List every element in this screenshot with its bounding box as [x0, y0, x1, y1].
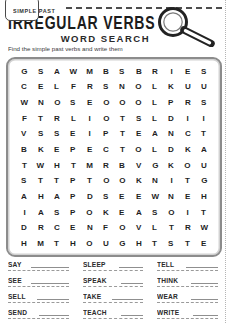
grid-cell: A: [49, 188, 65, 204]
grid-cell: R: [49, 110, 65, 126]
word-label: WEAR: [157, 293, 178, 300]
grid-cell: M: [32, 235, 48, 251]
grid-cell: A: [49, 63, 65, 79]
grid-cell: M: [81, 63, 97, 79]
grid-cell: R: [32, 220, 48, 236]
word-label: TELL: [157, 261, 174, 268]
grid-cell: T: [49, 235, 65, 251]
grid-cell: T: [32, 110, 48, 126]
grid-cell: C: [98, 141, 114, 157]
grid-cell: C: [49, 220, 65, 236]
grid-cell: S: [98, 188, 114, 204]
grid-cell: B: [16, 141, 32, 157]
word-label: THINK: [157, 277, 178, 284]
grid-cell: F: [98, 220, 114, 236]
word-label: SELL: [8, 293, 26, 300]
grid-cell: I: [16, 204, 32, 220]
worksheet-page: SIMPLE PAST IRREGULAR VERBS WORD SEARCH …: [0, 0, 228, 323]
grid-cell: A: [32, 204, 48, 220]
grid-cell: E: [65, 220, 81, 236]
grid-cell: T: [147, 235, 163, 251]
simple-past-tab: SIMPLE PAST: [5, 0, 39, 21]
grid-cell: E: [49, 141, 65, 157]
grid-cell: I: [196, 110, 212, 126]
word-entry: TEACH: [83, 308, 144, 319]
grid-cell: O: [98, 94, 114, 110]
grid-cell: E: [196, 235, 212, 251]
tab-label: SIMPLE PAST: [13, 8, 23, 14]
answer-line: [31, 266, 69, 268]
grid-cell: R: [179, 220, 195, 236]
magnifier-icon: [148, 5, 220, 47]
grid-cell: I: [163, 173, 179, 189]
grid-cell: P: [65, 141, 81, 157]
grid-cell: T: [179, 235, 195, 251]
word-label: SPEAK: [83, 277, 107, 284]
grid-cell: D: [163, 141, 179, 157]
word-column: SAYSEESELLSEND: [8, 260, 69, 323]
word-label: TEACH: [83, 309, 107, 316]
grid-cell: R: [179, 94, 195, 110]
grid-cell: I: [81, 126, 97, 142]
grid-cell: O: [98, 173, 114, 189]
grid-cell: E: [130, 188, 146, 204]
grid-cell: K: [163, 157, 179, 173]
grid-cell: F: [65, 79, 81, 95]
grid-cell: N: [163, 188, 179, 204]
answer-line: [39, 314, 69, 316]
grid-cell: P: [65, 204, 81, 220]
grid-cell: C: [179, 126, 195, 142]
grid-cell: O: [49, 94, 65, 110]
grid-cell: N: [114, 79, 130, 95]
grid-cell: T: [114, 126, 130, 142]
grid-cell: E: [65, 126, 81, 142]
word-entry: SEND: [8, 308, 69, 319]
grid-cell: D: [163, 110, 179, 126]
grid-cell: D: [81, 188, 97, 204]
grid-cell: T: [16, 157, 32, 173]
word-entry: SEE: [8, 276, 69, 287]
word-label: TAKE: [83, 293, 101, 300]
grid-cell: K: [130, 173, 146, 189]
grid-cell: O: [179, 157, 195, 173]
grid-cell: T: [114, 141, 130, 157]
grid-cell: R: [98, 157, 114, 173]
grid-cell: P: [65, 188, 81, 204]
grid-cell: L: [147, 110, 163, 126]
grid-cell: S: [32, 63, 48, 79]
answer-line: [121, 282, 144, 284]
grid-cell: M: [81, 157, 97, 173]
grid-cell: S: [32, 126, 48, 142]
answer-line: [37, 298, 69, 300]
grid-cell: T: [196, 204, 212, 220]
answer-line: [31, 282, 69, 284]
grid-cell: H: [65, 235, 81, 251]
grid-cell: T: [49, 173, 65, 189]
grid-cell: I: [179, 110, 195, 126]
grid-cell: E: [179, 188, 195, 204]
grid-cell: T: [163, 220, 179, 236]
grid-cell: W: [147, 188, 163, 204]
grid-cell: W: [32, 157, 48, 173]
wordsearch-grid: GSAWMBSBRIESCELFRSNOLKUUWNOSEOOOLPRSFTRL…: [16, 63, 212, 251]
grid-cell: H: [32, 188, 48, 204]
grid-cell: U: [196, 157, 212, 173]
grid-cell: O: [81, 235, 97, 251]
grid-cell: B: [98, 63, 114, 79]
grid-cell: D: [16, 220, 32, 236]
grid-cell: C: [16, 79, 32, 95]
answer-line: [191, 282, 218, 284]
grid-cell: B: [130, 63, 146, 79]
grid-cell: S: [49, 204, 65, 220]
grid-cell: L: [147, 141, 163, 157]
grid-cell: E: [81, 94, 97, 110]
grid-cell: R: [147, 63, 163, 79]
grid-cell: E: [114, 204, 130, 220]
grid-cell: S: [114, 63, 130, 79]
grid-cell: T: [196, 126, 212, 142]
grid-cell: P: [65, 173, 81, 189]
grid-cell: O: [130, 141, 146, 157]
grid-cell: E: [81, 141, 97, 157]
grid-cell: P: [163, 94, 179, 110]
grid-cell: E: [32, 79, 48, 95]
grid-cell: H: [49, 157, 65, 173]
grid-cell: G: [114, 235, 130, 251]
grid-cell: R: [81, 79, 97, 95]
grid-cell: O: [98, 110, 114, 126]
grid-cell: A: [130, 204, 146, 220]
grid-cell: H: [130, 235, 146, 251]
grid-cell: S: [130, 110, 146, 126]
answer-line: [191, 298, 218, 300]
grid-cell: V: [130, 220, 146, 236]
grid-cell: S: [65, 94, 81, 110]
grid-cell: W: [16, 94, 32, 110]
instruction-text: Find the simple past verbs and write the…: [8, 45, 123, 52]
grid-cell: O: [163, 204, 179, 220]
word-entry: THINK: [157, 276, 218, 287]
page-subtitle: WORD SEARCH: [8, 33, 150, 44]
grid-cell: O: [114, 94, 130, 110]
word-column: TELLTHINKWEARWRITE: [157, 260, 218, 323]
grid-cell: O: [114, 173, 130, 189]
grid-cell: L: [147, 94, 163, 110]
grid-cell: U: [179, 79, 195, 95]
grid-cell: I: [163, 63, 179, 79]
grid-cell: W: [196, 220, 212, 236]
answer-line: [112, 298, 143, 300]
word-entry: SLEEP: [83, 260, 144, 271]
grid-cell: K: [163, 79, 179, 95]
grid-cell: K: [32, 141, 48, 157]
grid-cell: G: [147, 157, 163, 173]
grid-cell: W: [65, 63, 81, 79]
word-list: SAYSEESELLSENDSLEEPSPEAKTAKETEACHTELLTHI…: [8, 260, 218, 323]
word-column: SLEEPSPEAKTAKETEACH: [83, 260, 144, 323]
grid-cell: E: [114, 188, 130, 204]
grid-cell: N: [163, 126, 179, 142]
grid-cell: O: [114, 220, 130, 236]
word-label: WRITE: [157, 309, 179, 316]
word-label: SLEEP: [83, 261, 106, 268]
grid-cell: F: [16, 110, 32, 126]
word-label: SEND: [8, 309, 27, 316]
grid-cell: T: [81, 173, 97, 189]
word-entry: WEAR: [157, 292, 218, 303]
grid-cell: S: [16, 173, 32, 189]
answer-line: [186, 266, 218, 268]
grid-cell: S: [163, 235, 179, 251]
grid-cell: E: [130, 126, 146, 142]
grid-cell: S: [49, 126, 65, 142]
grid-cell: G: [196, 173, 212, 189]
grid-cell: O: [130, 94, 146, 110]
word-label: SEE: [8, 277, 22, 284]
grid-cell: T: [179, 173, 195, 189]
grid-cell: T: [114, 110, 130, 126]
grid-cell: A: [147, 126, 163, 142]
grid-cell: H: [196, 188, 212, 204]
grid-cell: L: [49, 79, 65, 95]
grid-cell: V: [130, 157, 146, 173]
grid-cell: S: [196, 63, 212, 79]
grid-cell: O: [130, 79, 146, 95]
word-entry: SPEAK: [83, 276, 144, 287]
grid-cell: N: [147, 173, 163, 189]
word-entry: SELL: [8, 292, 69, 303]
grid-cell: L: [65, 110, 81, 126]
grid-cell: H: [16, 235, 32, 251]
grid-cell: B: [114, 157, 130, 173]
grid-cell: S: [98, 79, 114, 95]
grid-cell: I: [179, 204, 195, 220]
answer-line: [119, 266, 143, 268]
grid-cell: T: [65, 157, 81, 173]
grid-cell: V: [16, 126, 32, 142]
word-entry: TAKE: [83, 292, 144, 303]
grid-cell: I: [81, 110, 97, 126]
grid-cell: S: [147, 204, 163, 220]
grid-cell: G: [16, 63, 32, 79]
grid-cell: N: [81, 220, 97, 236]
grid-cell: A: [16, 188, 32, 204]
grid-cell: K: [179, 141, 195, 157]
grid-cell: L: [147, 220, 163, 236]
grid-cell: S: [196, 94, 212, 110]
grid-cell: E: [179, 63, 195, 79]
grid-cell: U: [196, 79, 212, 95]
grid-cell: P: [98, 126, 114, 142]
word-entry: WRITE: [157, 308, 218, 319]
grid-cell: A: [196, 141, 212, 157]
word-entry: SAY: [8, 260, 69, 271]
grid-cell: K: [98, 204, 114, 220]
page-margin-dots: [225, 0, 226, 323]
grid-cell: L: [147, 79, 163, 95]
answer-line: [193, 314, 218, 316]
grid-cell: O: [81, 204, 97, 220]
wordsearch-board: GSAWMBSBRIESCELFRSNOLKUUWNOSEOOOLPRSFTRL…: [6, 57, 222, 257]
word-entry: TELL: [157, 260, 218, 271]
grid-cell: T: [32, 173, 48, 189]
grid-cell: N: [32, 94, 48, 110]
word-label: SAY: [8, 261, 22, 268]
grid-cell: U: [98, 235, 114, 251]
answer-line: [121, 314, 144, 316]
